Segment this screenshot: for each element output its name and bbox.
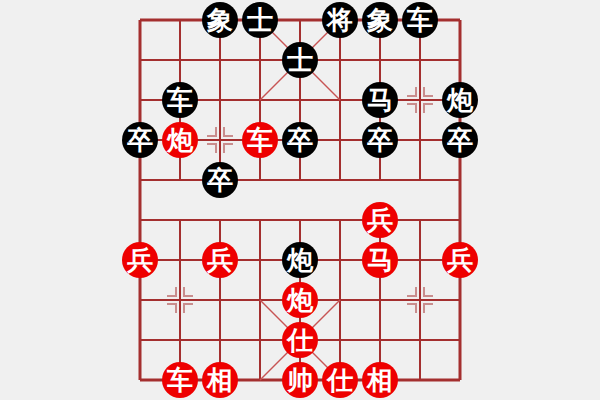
- piece-red-chariot[interactable]: 车: [162, 362, 198, 398]
- piece-red-pawn[interactable]: 兵: [362, 202, 398, 238]
- piece-black-cannon[interactable]: 炮: [442, 82, 478, 118]
- piece-black-pawn[interactable]: 卒: [122, 122, 158, 158]
- piece-black-pawn[interactable]: 卒: [202, 162, 238, 198]
- piece-black-pawn[interactable]: 卒: [362, 122, 398, 158]
- piece-red-pawn[interactable]: 兵: [442, 242, 478, 278]
- piece-black-pawn[interactable]: 卒: [442, 122, 478, 158]
- piece-red-horse[interactable]: 马: [362, 242, 398, 278]
- piece-red-elephant[interactable]: 相: [362, 362, 398, 398]
- piece-red-pawn[interactable]: 兵: [122, 242, 158, 278]
- xiangqi-app-background: 象士将象车士车马炮卒炮车卒卒卒卒兵兵兵炮马兵炮仕车相帅仕相: [0, 0, 600, 400]
- piece-black-advisor[interactable]: 士: [242, 2, 278, 38]
- xiangqi-board[interactable]: 象士将象车士车马炮卒炮车卒卒卒卒兵兵兵炮马兵炮仕车相帅仕相: [120, 0, 480, 400]
- piece-black-cannon[interactable]: 炮: [282, 242, 318, 278]
- piece-red-advisor[interactable]: 仕: [282, 322, 318, 358]
- piece-red-pawn[interactable]: 兵: [202, 242, 238, 278]
- piece-black-chariot[interactable]: 车: [162, 82, 198, 118]
- piece-black-elephant[interactable]: 象: [362, 2, 398, 38]
- piece-red-advisor[interactable]: 仕: [322, 362, 358, 398]
- piece-black-horse[interactable]: 马: [362, 82, 398, 118]
- piece-red-elephant[interactable]: 相: [202, 362, 238, 398]
- piece-red-cannon[interactable]: 炮: [162, 122, 198, 158]
- piece-black-advisor[interactable]: 士: [282, 42, 318, 78]
- piece-red-king[interactable]: 帅: [282, 362, 318, 398]
- piece-red-cannon[interactable]: 炮: [282, 282, 318, 318]
- piece-red-chariot[interactable]: 车: [242, 122, 278, 158]
- piece-black-elephant[interactable]: 象: [202, 2, 238, 38]
- piece-black-chariot[interactable]: 车: [402, 2, 438, 38]
- piece-black-pawn[interactable]: 卒: [282, 122, 318, 158]
- piece-black-king[interactable]: 将: [322, 2, 358, 38]
